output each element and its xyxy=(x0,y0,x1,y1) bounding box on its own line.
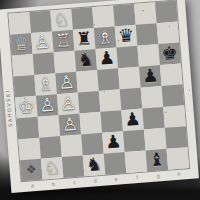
file-label-a: a xyxy=(22,181,44,192)
square-g7[interactable] xyxy=(136,23,159,46)
square-h1[interactable] xyxy=(167,147,190,170)
square-h4[interactable] xyxy=(162,84,185,107)
file-label-g: g xyxy=(147,171,169,182)
square-d1[interactable]: ♞ xyxy=(83,154,106,177)
piece-wP-b4[interactable]: ♙ xyxy=(36,93,59,116)
square-c1[interactable] xyxy=(62,155,85,178)
square-d3[interactable] xyxy=(79,112,102,135)
square-f2[interactable] xyxy=(123,130,146,153)
square-b7[interactable]: ♙ xyxy=(31,31,54,54)
piece-wQ-a7[interactable]: ♕ xyxy=(10,32,33,55)
square-h2[interactable] xyxy=(165,126,188,149)
piece-wK-a4[interactable]: ♔ xyxy=(15,95,38,118)
piece-bP-f3[interactable]: ♟ xyxy=(121,108,144,131)
chessboard[interactable]: ♘♕♙♖♜♗♛♞♟♚♗♙♟♔♙♙♙♟♟❖♘♞♝ xyxy=(8,1,189,182)
photo-of-chessboard: SAHOVSKI ♘♕♙♖♜♗♛♞♟♚♗♙♟♔♙♙♙♟♟❖♘♞♝ abcdefg… xyxy=(0,0,200,200)
piece-wP-c5[interactable]: ♙ xyxy=(55,71,78,94)
piece-bN-d1[interactable]: ♞ xyxy=(83,153,106,176)
piece-wN-b1[interactable]: ♘ xyxy=(41,156,64,179)
piece-wB-b5[interactable]: ♗ xyxy=(34,72,57,95)
square-a6[interactable] xyxy=(12,54,35,77)
square-e4[interactable] xyxy=(99,89,122,112)
file-label-h: h xyxy=(168,169,190,180)
square-b1[interactable]: ♘ xyxy=(41,157,64,180)
square-c2[interactable] xyxy=(60,134,83,157)
square-c7[interactable]: ♖ xyxy=(52,30,75,53)
piece-bP-e2[interactable]: ♟ xyxy=(102,130,125,153)
square-e6[interactable]: ♟ xyxy=(95,47,118,70)
square-a7[interactable]: ♕ xyxy=(10,33,33,56)
square-h3[interactable] xyxy=(163,105,186,128)
file-label-f: f xyxy=(126,172,148,183)
square-b3[interactable] xyxy=(38,115,61,138)
piece-wP-c3[interactable]: ♙ xyxy=(58,113,81,136)
piece-wP-b7[interactable]: ♙ xyxy=(31,30,54,53)
file-label-e: e xyxy=(105,174,127,185)
square-f7[interactable]: ♛ xyxy=(115,25,138,48)
square-f5[interactable] xyxy=(118,67,141,90)
square-d5[interactable] xyxy=(76,70,99,93)
square-a4[interactable]: ♔ xyxy=(15,96,38,119)
square-d4[interactable] xyxy=(78,91,101,114)
file-label-d: d xyxy=(84,176,106,187)
square-h6[interactable]: ♚ xyxy=(158,42,181,65)
piece-bQ-f7[interactable]: ♛ xyxy=(115,24,138,47)
piece-wR-c7[interactable]: ♖ xyxy=(52,29,75,52)
square-e1[interactable] xyxy=(104,152,127,175)
file-label-c: c xyxy=(64,177,86,188)
square-f6[interactable] xyxy=(116,46,139,69)
square-g5[interactable]: ♟ xyxy=(139,65,162,88)
square-d6[interactable]: ♞ xyxy=(75,49,98,72)
piece-wP-c4[interactable]: ♙ xyxy=(57,92,80,115)
piece-bN-d6[interactable]: ♞ xyxy=(74,48,97,71)
square-b4[interactable]: ♙ xyxy=(36,94,59,117)
piece-wN-c8[interactable]: ♘ xyxy=(50,8,73,31)
piece-bP-e6[interactable]: ♟ xyxy=(95,46,118,69)
square-c3[interactable]: ♙ xyxy=(59,114,82,137)
piece-bB-g1[interactable]: ♝ xyxy=(145,148,168,171)
square-g8[interactable] xyxy=(134,2,157,25)
file-label-b: b xyxy=(43,179,65,190)
square-f1[interactable] xyxy=(125,150,148,173)
square-f3[interactable]: ♟ xyxy=(121,109,144,132)
square-g4[interactable] xyxy=(141,86,164,109)
square-h5[interactable] xyxy=(160,63,183,86)
square-h8[interactable] xyxy=(155,1,178,24)
piece-bR-d7[interactable]: ♜ xyxy=(73,27,96,50)
piece-bP-g5[interactable]: ♟ xyxy=(139,64,162,87)
square-g1[interactable]: ♝ xyxy=(146,149,169,172)
square-e2[interactable]: ♟ xyxy=(102,131,125,154)
square-e5[interactable] xyxy=(97,68,120,91)
square-g3[interactable] xyxy=(142,107,165,130)
square-a2[interactable] xyxy=(18,138,41,161)
chessboard-frame: SAHOVSKI ♘♕♙♖♜♗♛♞♟♚♗♙♟♔♙♙♙♟♟❖♘♞♝ abcdefg… xyxy=(0,0,199,193)
piece-wB-e7[interactable]: ♗ xyxy=(94,25,117,48)
piece-bK-h6[interactable]: ♚ xyxy=(158,41,181,64)
square-a3[interactable] xyxy=(17,117,40,140)
board-corner-logo-icon: ❖ xyxy=(20,159,43,182)
square-a1[interactable]: ❖ xyxy=(20,159,43,182)
